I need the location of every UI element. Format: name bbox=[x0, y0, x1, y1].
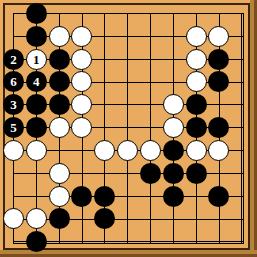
intersection-r11-c7[interactable] bbox=[139, 230, 162, 253]
white-stone bbox=[163, 94, 184, 115]
intersection-r1-c4[interactable] bbox=[70, 2, 93, 25]
white-stone bbox=[186, 140, 207, 161]
black-stone bbox=[49, 208, 70, 229]
white-stone bbox=[3, 140, 24, 161]
intersection-r10-c5[interactable] bbox=[93, 207, 116, 230]
intersection-r3-c1[interactable]: 2 bbox=[2, 48, 25, 71]
intersection-r3-c5[interactable] bbox=[93, 48, 116, 71]
intersection-r3-c10[interactable] bbox=[207, 48, 230, 71]
intersection-r5-c11[interactable] bbox=[230, 93, 253, 116]
intersection-r4-c2[interactable]: 4 bbox=[25, 70, 48, 93]
intersection-r6-c4[interactable] bbox=[70, 116, 93, 139]
intersection-r6-c9[interactable] bbox=[185, 116, 208, 139]
intersection-r8-c10[interactable] bbox=[207, 162, 230, 185]
intersection-r9-c10[interactable] bbox=[207, 185, 230, 208]
intersection-r7-c5[interactable] bbox=[93, 139, 116, 162]
intersection-r2-c8[interactable] bbox=[162, 25, 185, 48]
intersection-r10-c8[interactable] bbox=[162, 207, 185, 230]
white-stone bbox=[26, 140, 47, 161]
intersection-r2-c7[interactable] bbox=[139, 25, 162, 48]
move-number-label: 6 bbox=[10, 75, 17, 88]
intersection-r10-c9[interactable] bbox=[185, 207, 208, 230]
black-stone bbox=[26, 26, 47, 47]
intersection-r9-c3[interactable] bbox=[48, 185, 71, 208]
white-stone bbox=[71, 26, 92, 47]
intersection-r5-c6[interactable] bbox=[116, 93, 139, 116]
black-stone bbox=[26, 117, 47, 138]
intersection-r8-c11[interactable] bbox=[230, 162, 253, 185]
white-stone bbox=[208, 26, 229, 47]
move-number-label: 3 bbox=[10, 98, 17, 111]
intersection-r3-c4[interactable] bbox=[70, 48, 93, 71]
black-stone bbox=[71, 186, 92, 207]
intersection-r1-c3[interactable] bbox=[48, 2, 71, 25]
intersection-r4-c10[interactable] bbox=[207, 70, 230, 93]
intersection-r7-c3[interactable] bbox=[48, 139, 71, 162]
intersection-r5-c8[interactable] bbox=[162, 93, 185, 116]
intersection-r2-c11[interactable] bbox=[230, 25, 253, 48]
intersection-r1-c1[interactable] bbox=[2, 2, 25, 25]
intersection-r5-c7[interactable] bbox=[139, 93, 162, 116]
intersection-r6-c7[interactable] bbox=[139, 116, 162, 139]
intersection-r1-c6[interactable] bbox=[116, 2, 139, 25]
white-stone bbox=[49, 26, 70, 47]
intersection-r4-c1[interactable]: 6 bbox=[2, 70, 25, 93]
intersection-r9-c11[interactable] bbox=[230, 185, 253, 208]
white-stone bbox=[186, 49, 207, 70]
intersection-r8-c5[interactable] bbox=[93, 162, 116, 185]
intersection-r10-c4[interactable] bbox=[70, 207, 93, 230]
black-stone: 6 bbox=[3, 71, 24, 92]
intersection-r1-c9[interactable] bbox=[185, 2, 208, 25]
intersection-r7-c8[interactable] bbox=[162, 139, 185, 162]
intersection-r1-c11[interactable] bbox=[230, 2, 253, 25]
intersection-r10-c6[interactable] bbox=[116, 207, 139, 230]
intersection-r7-c1[interactable] bbox=[2, 139, 25, 162]
intersection-r8-c2[interactable] bbox=[25, 162, 48, 185]
intersection-r5-c5[interactable] bbox=[93, 93, 116, 116]
intersection-r6-c1[interactable]: 5 bbox=[2, 116, 25, 139]
black-stone bbox=[49, 71, 70, 92]
board-grid: 216435 bbox=[2, 2, 253, 253]
intersection-r8-c9[interactable] bbox=[185, 162, 208, 185]
intersection-r9-c6[interactable] bbox=[116, 185, 139, 208]
intersection-r5-c2[interactable] bbox=[25, 93, 48, 116]
intersection-r7-c4[interactable] bbox=[70, 139, 93, 162]
white-stone bbox=[208, 140, 229, 161]
intersection-r2-c2[interactable] bbox=[25, 25, 48, 48]
intersection-r4-c11[interactable] bbox=[230, 70, 253, 93]
intersection-r4-c8[interactable] bbox=[162, 70, 185, 93]
white-stone bbox=[117, 140, 138, 161]
intersection-r9-c8[interactable] bbox=[162, 185, 185, 208]
intersection-r4-c6[interactable] bbox=[116, 70, 139, 93]
intersection-r3-c8[interactable] bbox=[162, 48, 185, 71]
intersection-r3-c11[interactable] bbox=[230, 48, 253, 71]
intersection-r5-c4[interactable] bbox=[70, 93, 93, 116]
intersection-r1-c8[interactable] bbox=[162, 2, 185, 25]
black-stone bbox=[163, 186, 184, 207]
black-stone: 2 bbox=[3, 49, 24, 70]
intersection-r11-c9[interactable] bbox=[185, 230, 208, 253]
intersection-r10-c1[interactable] bbox=[2, 207, 25, 230]
intersection-r7-c7[interactable] bbox=[139, 139, 162, 162]
white-stone bbox=[186, 71, 207, 92]
black-stone: 4 bbox=[26, 71, 47, 92]
black-stone bbox=[186, 117, 207, 138]
intersection-r10-c10[interactable] bbox=[207, 207, 230, 230]
black-stone bbox=[49, 94, 70, 115]
intersection-r6-c8[interactable] bbox=[162, 116, 185, 139]
intersection-r2-c4[interactable] bbox=[70, 25, 93, 48]
black-stone bbox=[140, 163, 161, 184]
intersection-r7-c6[interactable] bbox=[116, 139, 139, 162]
white-stone bbox=[49, 163, 70, 184]
black-stone bbox=[26, 3, 47, 24]
intersection-r8-c8[interactable] bbox=[162, 162, 185, 185]
black-stone bbox=[26, 231, 47, 252]
intersection-r4-c9[interactable] bbox=[185, 70, 208, 93]
intersection-r11-c1[interactable] bbox=[2, 230, 25, 253]
white-stone bbox=[140, 140, 161, 161]
intersection-r11-c6[interactable] bbox=[116, 230, 139, 253]
intersection-r9-c9[interactable] bbox=[185, 185, 208, 208]
intersection-r9-c5[interactable] bbox=[93, 185, 116, 208]
intersection-r1-c10[interactable] bbox=[207, 2, 230, 25]
black-stone bbox=[49, 49, 70, 70]
intersection-r3-c9[interactable] bbox=[185, 48, 208, 71]
intersection-r2-c5[interactable] bbox=[93, 25, 116, 48]
black-stone bbox=[26, 94, 47, 115]
intersection-r11-c11[interactable] bbox=[230, 230, 253, 253]
intersection-r7-c2[interactable] bbox=[25, 139, 48, 162]
move-number-label: 1 bbox=[33, 53, 40, 66]
intersection-r6-c5[interactable] bbox=[93, 116, 116, 139]
intersection-r10-c7[interactable] bbox=[139, 207, 162, 230]
intersection-r10-c2[interactable] bbox=[25, 207, 48, 230]
intersection-r7-c10[interactable] bbox=[207, 139, 230, 162]
white-stone bbox=[163, 117, 184, 138]
white-stone bbox=[3, 208, 24, 229]
black-stone bbox=[94, 186, 115, 207]
intersection-r4-c3[interactable] bbox=[48, 70, 71, 93]
move-number-label: 2 bbox=[10, 53, 17, 66]
intersection-r2-c1[interactable] bbox=[2, 25, 25, 48]
intersection-r4-c4[interactable] bbox=[70, 70, 93, 93]
intersection-r5-c10[interactable] bbox=[207, 93, 230, 116]
white-stone bbox=[71, 49, 92, 70]
intersection-r11-c5[interactable] bbox=[93, 230, 116, 253]
intersection-r4-c5[interactable] bbox=[93, 70, 116, 93]
intersection-r9-c7[interactable] bbox=[139, 185, 162, 208]
intersection-r2-c3[interactable] bbox=[48, 25, 71, 48]
intersection-r8-c1[interactable] bbox=[2, 162, 25, 185]
intersection-r2-c6[interactable] bbox=[116, 25, 139, 48]
intersection-r6-c3[interactable] bbox=[48, 116, 71, 139]
black-stone: 3 bbox=[3, 94, 24, 115]
black-stone bbox=[208, 186, 229, 207]
intersection-r3-c7[interactable] bbox=[139, 48, 162, 71]
intersection-r8-c7[interactable] bbox=[139, 162, 162, 185]
intersection-r5-c1[interactable]: 3 bbox=[2, 93, 25, 116]
intersection-r8-c6[interactable] bbox=[116, 162, 139, 185]
intersection-r1-c7[interactable] bbox=[139, 2, 162, 25]
black-stone bbox=[186, 94, 207, 115]
white-stone bbox=[26, 208, 47, 229]
intersection-r3-c6[interactable] bbox=[116, 48, 139, 71]
intersection-r9-c1[interactable] bbox=[2, 185, 25, 208]
intersection-r11-c8[interactable] bbox=[162, 230, 185, 253]
intersection-r6-c10[interactable] bbox=[207, 116, 230, 139]
intersection-r4-c7[interactable] bbox=[139, 70, 162, 93]
intersection-r11-c2[interactable] bbox=[25, 230, 48, 253]
intersection-r3-c2[interactable]: 1 bbox=[25, 48, 48, 71]
intersection-r9-c4[interactable] bbox=[70, 185, 93, 208]
white-stone bbox=[49, 186, 70, 207]
intersection-r3-c3[interactable] bbox=[48, 48, 71, 71]
black-stone bbox=[163, 140, 184, 161]
intersection-r11-c4[interactable] bbox=[70, 230, 93, 253]
black-stone bbox=[186, 163, 207, 184]
black-stone bbox=[94, 208, 115, 229]
black-stone: 5 bbox=[3, 117, 24, 138]
black-stone bbox=[208, 117, 229, 138]
white-stone bbox=[71, 71, 92, 92]
black-stone bbox=[163, 163, 184, 184]
white-stone bbox=[49, 117, 70, 138]
intersection-r1-c5[interactable] bbox=[93, 2, 116, 25]
intersection-r2-c9[interactable] bbox=[185, 25, 208, 48]
black-stone bbox=[208, 71, 229, 92]
intersection-r1-c2[interactable] bbox=[25, 2, 48, 25]
intersection-r5-c9[interactable] bbox=[185, 93, 208, 116]
intersection-r6-c6[interactable] bbox=[116, 116, 139, 139]
intersection-r9-c2[interactable] bbox=[25, 185, 48, 208]
move-number-label: 5 bbox=[10, 121, 17, 134]
white-stone bbox=[94, 140, 115, 161]
intersection-r10-c3[interactable] bbox=[48, 207, 71, 230]
white-stone bbox=[71, 94, 92, 115]
intersection-r7-c9[interactable] bbox=[185, 139, 208, 162]
intersection-r11-c10[interactable] bbox=[207, 230, 230, 253]
intersection-r8-c4[interactable] bbox=[70, 162, 93, 185]
intersection-r11-c3[interactable] bbox=[48, 230, 71, 253]
intersection-r5-c3[interactable] bbox=[48, 93, 71, 116]
white-stone bbox=[71, 117, 92, 138]
go-board-diagram: 216435 bbox=[0, 0, 257, 257]
move-number-label: 4 bbox=[33, 75, 40, 88]
intersection-r10-c11[interactable] bbox=[230, 207, 253, 230]
intersection-r8-c3[interactable] bbox=[48, 162, 71, 185]
intersection-r6-c2[interactable] bbox=[25, 116, 48, 139]
black-stone bbox=[208, 49, 229, 70]
intersection-r2-c10[interactable] bbox=[207, 25, 230, 48]
white-stone: 1 bbox=[26, 49, 47, 70]
intersection-r6-c11[interactable] bbox=[230, 116, 253, 139]
white-stone bbox=[186, 26, 207, 47]
intersection-r7-c11[interactable] bbox=[230, 139, 253, 162]
